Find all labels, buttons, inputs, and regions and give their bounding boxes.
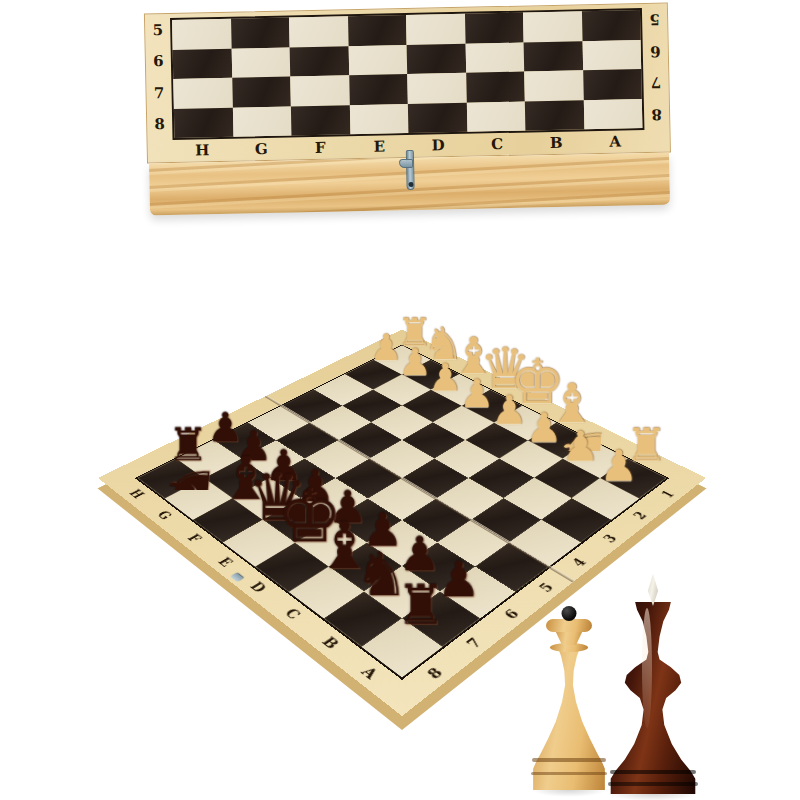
king-base-ring [608,782,698,786]
piece-white-pawn-f2[interactable]: ♟ [428,359,462,397]
king-base-ring [610,770,696,774]
box-square-g5 [231,17,290,48]
box-square-h6 [173,48,232,79]
box-rank-label-8: 8 [644,98,670,130]
clasp-screw [408,182,413,187]
box-square-a8 [583,99,642,130]
square-g2[interactable]: ♟ [373,374,432,405]
king-gloss-highlight [642,608,652,728]
square-h2[interactable]: ♟ [345,360,402,390]
box-square-g6 [231,47,290,78]
box-square-b5 [523,11,582,42]
box-square-d7 [407,73,466,104]
box-file-label-H: H [173,139,232,162]
box-square-b7 [524,70,583,101]
piece-white-pawn-a2[interactable]: ♟ [600,445,638,488]
box-clasp-latch[interactable] [399,150,420,192]
king-spike-finial [645,574,661,606]
box-square-c5 [464,13,523,44]
box-square-d5 [406,14,465,45]
box-square-f8 [291,105,350,136]
box-rank-label-6: 6 [642,35,668,67]
box-square-a5 [581,10,640,41]
piece-black-rook-a8[interactable]: ♜ [395,577,444,632]
piece-white-pawn-e2[interactable]: ♟ [459,375,494,414]
box-square-g8 [232,106,291,137]
box-square-f6 [290,46,349,77]
box-file-label-B: B [526,131,585,154]
box-square-c6 [465,42,524,73]
box-rank-label-6: 6 [146,45,172,77]
box-square-c7 [466,72,525,103]
box-file-label-F: F [291,136,350,159]
box-file-label-A: A [585,130,644,153]
box-square-e8 [349,104,408,135]
box-rank-label-7: 7 [146,77,172,109]
box-square-h7 [173,78,232,109]
box-rank-label-8: 8 [147,108,173,140]
piece-white-pawn-g2[interactable]: ♟ [399,344,432,381]
file-label-C: C [264,593,323,636]
box-square-f5 [289,16,348,47]
closeup-black-king [606,574,700,794]
box-square-e5 [348,15,407,46]
box-rank-labels-left: 5678 [145,14,173,140]
box-square-e7 [349,74,408,105]
closed-chess-box: 5678 5678 HGFEDCBA [144,3,672,220]
box-square-b8 [525,100,584,131]
piece-black-knight-g8[interactable]: ♞ [161,459,218,511]
piece-white-pawn-b2[interactable]: ♟ [562,426,599,468]
queen-ball-finial [562,606,577,621]
box-square-a6 [582,40,641,71]
king-body [606,602,700,794]
box-file-label-C: C [467,133,526,156]
clasp-hook-icon [399,159,413,168]
box-checkerboard [170,8,644,140]
box-rank-label-5: 5 [642,4,668,36]
box-square-b6 [524,41,583,72]
box-square-d8 [408,102,467,133]
queen-base-ring [532,758,606,762]
product-photo-chess-set: { "game": "chess", "product": "folding w… [0,0,800,800]
box-rank-label-5: 5 [145,14,171,46]
closeup-white-queen [530,606,608,790]
closed-box-lid: 5678 5678 HGFEDCBA [144,3,671,164]
box-square-c8 [466,101,525,132]
box-square-d6 [407,43,466,74]
box-square-a7 [583,69,642,100]
box-square-e6 [348,45,407,76]
box-file-label-G: G [232,137,291,160]
box-square-h8 [174,107,233,138]
box-square-f7 [290,75,349,106]
box-rank-label-7: 7 [643,67,669,99]
box-rank-labels-right: 5678 [642,4,670,130]
box-square-h5 [172,19,231,50]
queen-body [530,648,608,790]
piece-white-pawn-d2[interactable]: ♟ [492,391,528,431]
box-square-g7 [232,76,291,107]
queen-base-ring [531,772,607,775]
